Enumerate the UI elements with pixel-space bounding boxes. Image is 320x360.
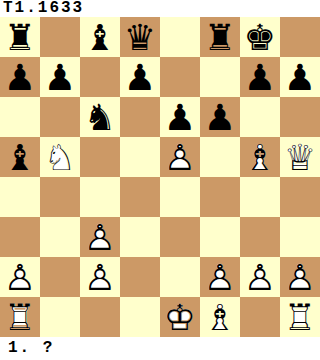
piece-black-bishop: ♝ [0,137,40,177]
square-a8[interactable]: ♜ [0,17,40,57]
square-f5[interactable] [200,137,240,177]
piece-white-pawn: ♟♙ [80,217,120,257]
piece-white-pawn: ♟♙ [240,257,280,297]
square-c3[interactable]: ♟♙ [80,217,120,257]
square-d8[interactable]: ♛ [120,17,160,57]
square-a5[interactable]: ♝ [0,137,40,177]
square-c6[interactable]: ♞ [80,97,120,137]
square-a1[interactable]: ♜♖ [0,297,40,337]
square-g7[interactable]: ♟ [240,57,280,97]
square-f2[interactable]: ♟♙ [200,257,240,297]
square-d5[interactable] [120,137,160,177]
piece-black-pawn: ♟ [240,57,280,97]
square-h4[interactable] [280,177,320,217]
square-h1[interactable]: ♜♖ [280,297,320,337]
square-e7[interactable] [160,57,200,97]
puzzle-window: T1.1633 ♜♝♛♜♚♟♟♟♟♟♞♟♟♝♞♘♟♙♝♗♛♕♟♙♟♙♟♙♟♙♟♙… [0,0,320,360]
square-f1[interactable]: ♝♗ [200,297,240,337]
square-e4[interactable] [160,177,200,217]
chess-board: ♜♝♛♜♚♟♟♟♟♟♞♟♟♝♞♘♟♙♝♗♛♕♟♙♟♙♟♙♟♙♟♙♟♙♜♖♚♔♝♗… [0,17,320,337]
piece-black-bishop: ♝ [80,17,120,57]
piece-black-king: ♚ [240,17,280,57]
square-g1[interactable] [240,297,280,337]
piece-black-rook: ♜ [0,17,40,57]
square-b3[interactable] [40,217,80,257]
puzzle-id: T1.1633 [0,0,84,17]
piece-white-rook: ♜♖ [280,297,320,337]
square-a4[interactable] [0,177,40,217]
square-b8[interactable] [40,17,80,57]
move-prompt: 1. ? [0,337,54,360]
square-d1[interactable] [120,297,160,337]
piece-white-pawn: ♟♙ [280,257,320,297]
square-h5[interactable]: ♛♕ [280,137,320,177]
piece-black-pawn: ♟ [40,57,80,97]
square-d6[interactable] [120,97,160,137]
square-b2[interactable] [40,257,80,297]
square-c8[interactable]: ♝ [80,17,120,57]
square-e1[interactable]: ♚♔ [160,297,200,337]
square-a6[interactable] [0,97,40,137]
square-b1[interactable] [40,297,80,337]
piece-white-bishop: ♝♗ [200,297,240,337]
square-h8[interactable] [280,17,320,57]
square-f7[interactable] [200,57,240,97]
square-e5[interactable]: ♟♙ [160,137,200,177]
square-b5[interactable]: ♞♘ [40,137,80,177]
square-c4[interactable] [80,177,120,217]
square-h6[interactable] [280,97,320,137]
square-d3[interactable] [120,217,160,257]
square-e2[interactable] [160,257,200,297]
square-d4[interactable] [120,177,160,217]
square-g6[interactable] [240,97,280,137]
piece-black-pawn: ♟ [200,97,240,137]
square-d7[interactable]: ♟ [120,57,160,97]
piece-black-pawn: ♟ [280,57,320,97]
square-h3[interactable] [280,217,320,257]
piece-white-pawn: ♟♙ [80,257,120,297]
square-c2[interactable]: ♟♙ [80,257,120,297]
square-g5[interactable]: ♝♗ [240,137,280,177]
piece-white-pawn: ♟♙ [0,257,40,297]
square-d2[interactable] [120,257,160,297]
piece-white-pawn: ♟♙ [160,137,200,177]
piece-black-pawn: ♟ [160,97,200,137]
square-a7[interactable]: ♟ [0,57,40,97]
title-bar: T1.1633 [0,0,320,17]
piece-white-pawn: ♟♙ [200,257,240,297]
piece-white-rook: ♜♖ [0,297,40,337]
piece-white-bishop: ♝♗ [240,137,280,177]
move-prompt-bar: 1. ? [0,337,320,360]
square-g4[interactable] [240,177,280,217]
piece-white-queen: ♛♕ [280,137,320,177]
piece-black-rook: ♜ [200,17,240,57]
square-c7[interactable] [80,57,120,97]
square-b6[interactable] [40,97,80,137]
piece-white-knight: ♞♘ [40,137,80,177]
piece-black-pawn: ♟ [0,57,40,97]
square-b4[interactable] [40,177,80,217]
square-a2[interactable]: ♟♙ [0,257,40,297]
square-f6[interactable]: ♟ [200,97,240,137]
square-g2[interactable]: ♟♙ [240,257,280,297]
square-g3[interactable] [240,217,280,257]
square-f4[interactable] [200,177,240,217]
square-g8[interactable]: ♚ [240,17,280,57]
square-e8[interactable] [160,17,200,57]
piece-black-pawn: ♟ [120,57,160,97]
square-f3[interactable] [200,217,240,257]
square-h7[interactable]: ♟ [280,57,320,97]
square-e6[interactable]: ♟ [160,97,200,137]
square-e3[interactable] [160,217,200,257]
square-c1[interactable] [80,297,120,337]
square-c5[interactable] [80,137,120,177]
piece-black-queen: ♛ [120,17,160,57]
square-h2[interactable]: ♟♙ [280,257,320,297]
square-f8[interactable]: ♜ [200,17,240,57]
piece-black-knight: ♞ [80,97,120,137]
square-a3[interactable] [0,217,40,257]
square-b7[interactable]: ♟ [40,57,80,97]
piece-white-king: ♚♔ [160,297,200,337]
